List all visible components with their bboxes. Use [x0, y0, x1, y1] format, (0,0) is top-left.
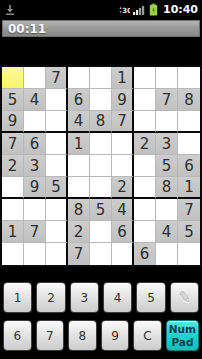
cell-r1c5[interactable]: [90, 67, 112, 89]
cell-r5c9[interactable]: 6: [178, 155, 200, 177]
cell-r6c4[interactable]: [68, 177, 90, 199]
signal-strength-icon: [133, 4, 146, 16]
cell-r2c7[interactable]: [134, 89, 156, 111]
timer-bar: 00:11: [2, 20, 200, 37]
cell-r6c8[interactable]: 8: [156, 177, 178, 199]
cell-r5c8[interactable]: 5: [156, 155, 178, 177]
cell-r2c6[interactable]: 9: [112, 89, 134, 111]
battery-icon: [149, 3, 158, 16]
cell-r1c4[interactable]: [68, 67, 90, 89]
cell-r7c7[interactable]: [134, 199, 156, 221]
cell-r8c6[interactable]: 6: [112, 221, 134, 243]
cell-r1c2[interactable]: [24, 67, 46, 89]
cell-r6c7[interactable]: [134, 177, 156, 199]
cell-r3c4[interactable]: 4: [68, 111, 90, 133]
pencil-icon: ✎: [177, 289, 193, 307]
cell-r9c7[interactable]: 6: [134, 243, 156, 265]
black-gap: [0, 37, 202, 65]
cell-r8c1[interactable]: 1: [2, 221, 24, 243]
cell-r7c5[interactable]: 5: [90, 199, 112, 221]
cell-r5c1[interactable]: 2: [2, 155, 24, 177]
cell-r2c4[interactable]: 6: [68, 89, 90, 111]
cell-r2c3[interactable]: [46, 89, 68, 111]
cell-r9c8[interactable]: [156, 243, 178, 265]
cell-r2c1[interactable]: 5: [2, 89, 24, 111]
cell-r7c6[interactable]: 4: [112, 199, 134, 221]
status-bar: 3G 10:40: [0, 0, 202, 19]
cell-r8c7[interactable]: [134, 221, 156, 243]
cell-r4c8[interactable]: 3: [156, 133, 178, 155]
cell-r4c7[interactable]: 2: [134, 133, 156, 155]
cell-r1c6[interactable]: 1: [112, 67, 134, 89]
cell-r3c2[interactable]: [24, 111, 46, 133]
cell-r4c3[interactable]: [46, 133, 68, 155]
cell-r9c9[interactable]: [178, 243, 200, 265]
data-connection-icon: 3G: [119, 4, 130, 16]
cell-r6c9[interactable]: 1: [178, 177, 200, 199]
cell-r8c2[interactable]: 7: [24, 221, 46, 243]
cell-r2c5[interactable]: [90, 89, 112, 111]
pencil-button[interactable]: ✎: [170, 282, 199, 313]
cell-r7c9[interactable]: 7: [178, 199, 200, 221]
cell-r4c9[interactable]: [178, 133, 200, 155]
cell-r4c2[interactable]: 6: [24, 133, 46, 155]
cell-r1c3[interactable]: 7: [46, 67, 68, 89]
numpad-button-5[interactable]: 5: [136, 282, 165, 313]
cell-r4c5[interactable]: [90, 133, 112, 155]
cell-r1c8[interactable]: [156, 67, 178, 89]
cell-r7c1[interactable]: [2, 199, 24, 221]
cell-r7c4[interactable]: 8: [68, 199, 90, 221]
cell-r8c9[interactable]: 5: [178, 221, 200, 243]
cell-r4c6[interactable]: [112, 133, 134, 155]
cell-r6c2[interactable]: 9: [24, 177, 46, 199]
numpad-button-8[interactable]: 8: [68, 320, 97, 351]
cell-r5c5[interactable]: [90, 155, 112, 177]
cell-r8c5[interactable]: [90, 221, 112, 243]
status-clock: 10:40: [163, 3, 198, 16]
cell-r4c4[interactable]: 1: [68, 133, 90, 155]
cell-r4c1[interactable]: 7: [2, 133, 24, 155]
download-icon: [4, 4, 16, 16]
cell-r5c6[interactable]: [112, 155, 134, 177]
cell-r2c8[interactable]: 7: [156, 89, 178, 111]
cell-r3c1[interactable]: 9: [2, 111, 24, 133]
cell-r9c4[interactable]: 7: [68, 243, 90, 265]
cell-r3c8[interactable]: [156, 111, 178, 133]
svg-text:3G: 3G: [122, 6, 130, 14]
cell-r5c2[interactable]: 3: [24, 155, 46, 177]
cell-r1c9[interactable]: [178, 67, 200, 89]
number-pad: 1 2 3 4 5 ✎ 6 7 8 9 C Num Pad: [0, 267, 202, 353]
cell-r8c4[interactable]: 2: [68, 221, 90, 243]
numpad-button-9[interactable]: 9: [101, 320, 130, 351]
cell-r9c1[interactable]: [2, 243, 24, 265]
cell-r9c5[interactable]: [90, 243, 112, 265]
cell-r5c4[interactable]: [68, 155, 90, 177]
cell-r7c8[interactable]: [156, 199, 178, 221]
numpad-row-1: 1 2 3 4 5 ✎: [1, 280, 201, 315]
cell-r3c5[interactable]: 8: [90, 111, 112, 133]
numpad-row-2: 6 7 8 9 C Num Pad: [1, 318, 201, 353]
numpad-button-1[interactable]: 1: [3, 282, 32, 313]
cell-r6c6[interactable]: 2: [112, 177, 134, 199]
cell-r9c2[interactable]: [24, 243, 46, 265]
cell-r8c3[interactable]: [46, 221, 68, 243]
numpad-toggle-button[interactable]: Num Pad: [166, 320, 199, 351]
elapsed-time: 00:11: [8, 22, 46, 36]
numpad-button-3[interactable]: 3: [70, 282, 99, 313]
cell-r6c3[interactable]: 5: [46, 177, 68, 199]
numpad-button-2[interactable]: 2: [36, 282, 65, 313]
cell-r2c9[interactable]: 8: [178, 89, 200, 111]
cell-r3c9[interactable]: [178, 111, 200, 133]
cell-r5c7[interactable]: [134, 155, 156, 177]
cell-r9c3[interactable]: [46, 243, 68, 265]
cell-r3c3[interactable]: [46, 111, 68, 133]
cell-r9c6[interactable]: [112, 243, 134, 265]
cell-r3c6[interactable]: 7: [112, 111, 134, 133]
cell-r8c8[interactable]: 4: [156, 221, 178, 243]
numpad-button-4[interactable]: 4: [103, 282, 132, 313]
numpad-button-6[interactable]: 6: [3, 320, 32, 351]
cell-r1c1[interactable]: [2, 67, 24, 89]
cell-r7c2[interactable]: [24, 199, 46, 221]
cell-r6c1[interactable]: [2, 177, 24, 199]
cell-r6c5[interactable]: [90, 177, 112, 199]
numpad-button-7[interactable]: 7: [36, 320, 65, 351]
clear-button[interactable]: C: [133, 320, 162, 351]
sudoku-board[interactable]: 71546978948776123235695281854717264576: [0, 65, 202, 267]
cell-r5c3[interactable]: [46, 155, 68, 177]
cell-r3c7[interactable]: [134, 111, 156, 133]
cell-r2c2[interactable]: 4: [24, 89, 46, 111]
cell-r1c7[interactable]: [134, 67, 156, 89]
cell-r7c3[interactable]: [46, 199, 68, 221]
